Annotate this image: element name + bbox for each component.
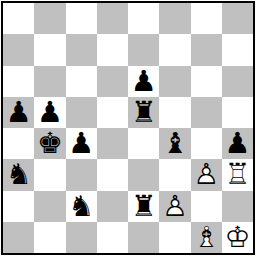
square-f5[interactable] <box>159 97 190 128</box>
square-a2[interactable] <box>3 191 34 222</box>
square-h7[interactable] <box>222 34 253 65</box>
square-e8[interactable] <box>128 3 159 34</box>
square-f4[interactable]: ♝ <box>159 128 190 159</box>
white-rook-outline: ♖ <box>222 159 253 190</box>
square-c4[interactable]: ♟ <box>66 128 97 159</box>
square-d7[interactable] <box>97 34 128 65</box>
white-bishop: ♝♗ <box>191 222 222 253</box>
square-d4[interactable] <box>97 128 128 159</box>
square-h2[interactable] <box>222 191 253 222</box>
white-pawn: ♟♙ <box>159 191 190 222</box>
square-b8[interactable] <box>34 3 65 34</box>
square-a6[interactable] <box>3 66 34 97</box>
black-pawn: ♟ <box>34 97 65 128</box>
square-e7[interactable] <box>128 34 159 65</box>
square-b1[interactable] <box>34 222 65 253</box>
square-g4[interactable] <box>191 128 222 159</box>
square-c5[interactable] <box>66 97 97 128</box>
black-king: ♚ <box>34 128 65 159</box>
square-e1[interactable] <box>128 222 159 253</box>
square-d6[interactable] <box>97 66 128 97</box>
square-b7[interactable] <box>34 34 65 65</box>
square-a3[interactable]: ♞ <box>3 159 34 190</box>
square-g3[interactable]: ♟♙ <box>191 159 222 190</box>
black-rook: ♜ <box>128 97 159 128</box>
square-c7[interactable] <box>66 34 97 65</box>
square-b6[interactable] <box>34 66 65 97</box>
square-g7[interactable] <box>191 34 222 65</box>
square-c3[interactable] <box>66 159 97 190</box>
square-g6[interactable] <box>191 66 222 97</box>
white-pawn-outline: ♙ <box>191 159 222 190</box>
black-knight: ♞ <box>3 159 34 190</box>
square-f6[interactable] <box>159 66 190 97</box>
square-g2[interactable] <box>191 191 222 222</box>
black-bishop: ♝ <box>159 128 190 159</box>
square-h5[interactable] <box>222 97 253 128</box>
black-pawn: ♟ <box>128 66 159 97</box>
square-e2[interactable]: ♜ <box>128 191 159 222</box>
square-f7[interactable] <box>159 34 190 65</box>
square-h3[interactable]: ♜♖ <box>222 159 253 190</box>
square-h4[interactable]: ♟ <box>222 128 253 159</box>
black-knight: ♞ <box>66 191 97 222</box>
square-e3[interactable] <box>128 159 159 190</box>
black-pawn: ♟ <box>3 97 34 128</box>
square-c1[interactable] <box>66 222 97 253</box>
chess-board: ♟♟♟♜♚♟♝♟♞♟♙♜♖♞♜♟♙♝♗♚♔ <box>3 3 253 253</box>
square-a1[interactable] <box>3 222 34 253</box>
square-d2[interactable] <box>97 191 128 222</box>
square-b5[interactable]: ♟ <box>34 97 65 128</box>
square-g8[interactable] <box>191 3 222 34</box>
square-h6[interactable] <box>222 66 253 97</box>
white-bishop-outline: ♗ <box>191 222 222 253</box>
square-b3[interactable] <box>34 159 65 190</box>
square-g1[interactable]: ♝♗ <box>191 222 222 253</box>
square-a7[interactable] <box>3 34 34 65</box>
square-d1[interactable] <box>97 222 128 253</box>
square-e4[interactable] <box>128 128 159 159</box>
square-f8[interactable] <box>159 3 190 34</box>
square-b4[interactable]: ♚ <box>34 128 65 159</box>
square-d8[interactable] <box>97 3 128 34</box>
chess-board-frame: ♟♟♟♜♚♟♝♟♞♟♙♜♖♞♜♟♙♝♗♚♔ <box>1 1 255 255</box>
square-f3[interactable] <box>159 159 190 190</box>
square-a4[interactable] <box>3 128 34 159</box>
square-c2[interactable]: ♞ <box>66 191 97 222</box>
square-b2[interactable] <box>34 191 65 222</box>
white-king-outline: ♔ <box>222 222 253 253</box>
square-a5[interactable]: ♟ <box>3 97 34 128</box>
black-pawn: ♟ <box>222 128 253 159</box>
square-g5[interactable] <box>191 97 222 128</box>
white-king: ♚♔ <box>222 222 253 253</box>
square-e5[interactable]: ♜ <box>128 97 159 128</box>
black-pawn: ♟ <box>66 128 97 159</box>
square-h8[interactable] <box>222 3 253 34</box>
square-e6[interactable]: ♟ <box>128 66 159 97</box>
square-h1[interactable]: ♚♔ <box>222 222 253 253</box>
white-pawn-outline: ♙ <box>159 191 190 222</box>
white-rook: ♜♖ <box>222 159 253 190</box>
black-rook: ♜ <box>128 191 159 222</box>
square-f1[interactable] <box>159 222 190 253</box>
square-d5[interactable] <box>97 97 128 128</box>
square-a8[interactable] <box>3 3 34 34</box>
white-pawn: ♟♙ <box>191 159 222 190</box>
square-c6[interactable] <box>66 66 97 97</box>
square-f2[interactable]: ♟♙ <box>159 191 190 222</box>
square-c8[interactable] <box>66 3 97 34</box>
square-d3[interactable] <box>97 159 128 190</box>
